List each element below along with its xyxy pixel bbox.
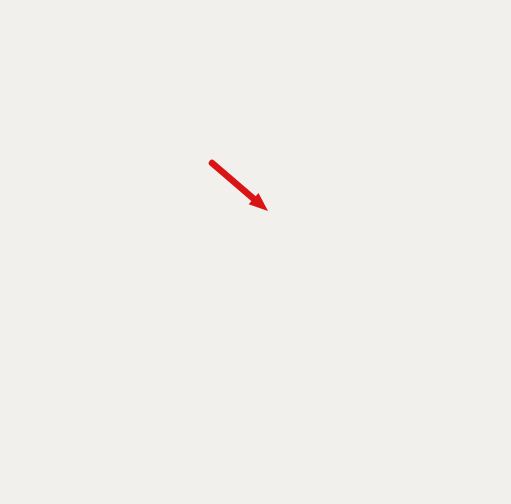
grid-line-vertical	[8, 5, 10, 466]
go-board[interactable]: △	[8, 5, 503, 491]
grid-line-horizontal	[8, 466, 473, 468]
grid-line-vertical	[8, 468, 9, 504]
screenshot-stage: △	[0, 0, 511, 504]
